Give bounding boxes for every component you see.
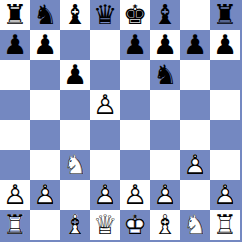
black-queen-piece[interactable]: ♛ <box>90 0 120 30</box>
square-e4[interactable] <box>120 120 150 150</box>
square-f6[interactable]: ♞ <box>150 60 180 90</box>
white-knight-piece[interactable]: ♞♘ <box>60 150 90 180</box>
square-g1[interactable]: ♞♘ <box>180 210 210 240</box>
black-rook-piece[interactable]: ♜ <box>0 0 30 30</box>
square-c6[interactable]: ♟ <box>60 60 90 90</box>
square-e8[interactable]: ♚ <box>120 0 150 30</box>
square-e2[interactable]: ♟♙ <box>120 180 150 210</box>
square-a1[interactable]: ♜♖ <box>0 210 30 240</box>
white-pawn-outline: ♙ <box>120 180 150 210</box>
square-g6[interactable] <box>180 60 210 90</box>
black-pawn-piece[interactable]: ♟ <box>150 30 180 60</box>
square-a7[interactable]: ♟ <box>0 30 30 60</box>
white-bishop-piece[interactable]: ♝♗ <box>150 210 180 240</box>
square-g8[interactable] <box>180 0 210 30</box>
white-pawn-piece[interactable]: ♟♙ <box>210 180 240 210</box>
black-bishop-piece[interactable]: ♝ <box>60 0 90 30</box>
square-e7[interactable]: ♟ <box>120 30 150 60</box>
white-pawn-outline: ♙ <box>150 180 180 210</box>
square-g3[interactable]: ♟♙ <box>180 150 210 180</box>
white-rook-piece[interactable]: ♜♖ <box>210 210 240 240</box>
white-pawn-outline: ♙ <box>90 180 120 210</box>
white-pawn-outline: ♙ <box>180 150 210 180</box>
black-knight-piece[interactable]: ♞ <box>30 0 60 30</box>
square-f8[interactable]: ♝ <box>150 0 180 30</box>
white-knight-outline: ♘ <box>180 210 210 240</box>
square-g4[interactable] <box>180 120 210 150</box>
white-bishop-outline: ♗ <box>60 210 90 240</box>
square-a4[interactable] <box>0 120 30 150</box>
white-bishop-piece[interactable]: ♝♗ <box>60 210 90 240</box>
black-knight-piece[interactable]: ♞ <box>150 60 180 90</box>
square-g7[interactable]: ♟ <box>180 30 210 60</box>
white-pawn-piece[interactable]: ♟♙ <box>90 90 120 120</box>
square-e6[interactable] <box>120 60 150 90</box>
square-d1[interactable]: ♛♕ <box>90 210 120 240</box>
black-pawn-piece[interactable]: ♟ <box>210 30 240 60</box>
white-pawn-piece[interactable]: ♟♙ <box>30 180 60 210</box>
square-d7[interactable] <box>90 30 120 60</box>
square-a5[interactable] <box>0 90 30 120</box>
white-knight-outline: ♘ <box>60 150 90 180</box>
square-b1[interactable] <box>30 210 60 240</box>
square-d3[interactable] <box>90 150 120 180</box>
square-h8[interactable]: ♜ <box>210 0 240 30</box>
square-c2[interactable] <box>60 180 90 210</box>
square-b5[interactable] <box>30 90 60 120</box>
white-pawn-piece[interactable]: ♟♙ <box>180 150 210 180</box>
white-pawn-outline: ♙ <box>210 180 240 210</box>
chess-board: ♜♞♝♛♚♝♜♟♟♟♟♟♟♟♞♟♙♞♘♟♙♟♙♟♙♟♙♟♙♟♙♟♙♜♖♝♗♛♕♚… <box>0 0 242 242</box>
square-d5[interactable]: ♟♙ <box>90 90 120 120</box>
square-h1[interactable]: ♜♖ <box>210 210 240 240</box>
square-a8[interactable]: ♜ <box>0 0 30 30</box>
square-d4[interactable] <box>90 120 120 150</box>
square-b7[interactable]: ♟ <box>30 30 60 60</box>
square-d2[interactable]: ♟♙ <box>90 180 120 210</box>
white-pawn-piece[interactable]: ♟♙ <box>120 180 150 210</box>
square-f5[interactable] <box>150 90 180 120</box>
white-pawn-outline: ♙ <box>0 180 30 210</box>
square-c7[interactable] <box>60 30 90 60</box>
white-king-piece[interactable]: ♚♔ <box>120 210 150 240</box>
square-g2[interactable] <box>180 180 210 210</box>
square-f3[interactable] <box>150 150 180 180</box>
square-b2[interactable]: ♟♙ <box>30 180 60 210</box>
square-b4[interactable] <box>30 120 60 150</box>
square-e3[interactable] <box>120 150 150 180</box>
square-c1[interactable]: ♝♗ <box>60 210 90 240</box>
square-h7[interactable]: ♟ <box>210 30 240 60</box>
white-queen-piece[interactable]: ♛♕ <box>90 210 120 240</box>
white-pawn-piece[interactable]: ♟♙ <box>90 180 120 210</box>
square-b8[interactable]: ♞ <box>30 0 60 30</box>
square-d8[interactable]: ♛ <box>90 0 120 30</box>
square-f1[interactable]: ♝♗ <box>150 210 180 240</box>
black-pawn-piece[interactable]: ♟ <box>120 30 150 60</box>
square-d6[interactable] <box>90 60 120 90</box>
white-king-outline: ♔ <box>120 210 150 240</box>
square-b6[interactable] <box>30 60 60 90</box>
square-e5[interactable] <box>120 90 150 120</box>
chess-board-grid: ♜♞♝♛♚♝♜♟♟♟♟♟♟♟♞♟♙♞♘♟♙♟♙♟♙♟♙♟♙♟♙♟♙♜♖♝♗♛♕♚… <box>0 0 240 240</box>
square-g5[interactable] <box>180 90 210 120</box>
white-bishop-outline: ♗ <box>150 210 180 240</box>
black-king-piece[interactable]: ♚ <box>120 0 150 30</box>
square-h2[interactable]: ♟♙ <box>210 180 240 210</box>
white-rook-outline: ♖ <box>0 210 30 240</box>
square-c8[interactable]: ♝ <box>60 0 90 30</box>
white-pawn-piece[interactable]: ♟♙ <box>0 180 30 210</box>
white-rook-piece[interactable]: ♜♖ <box>0 210 30 240</box>
square-c4[interactable] <box>60 120 90 150</box>
square-f2[interactable]: ♟♙ <box>150 180 180 210</box>
white-queen-outline: ♕ <box>90 210 120 240</box>
white-pawn-outline: ♙ <box>30 180 60 210</box>
square-f4[interactable] <box>150 120 180 150</box>
square-c3[interactable]: ♞♘ <box>60 150 90 180</box>
black-pawn-piece[interactable]: ♟ <box>0 30 30 60</box>
square-a2[interactable]: ♟♙ <box>0 180 30 210</box>
white-pawn-outline: ♙ <box>90 90 120 120</box>
square-f7[interactable]: ♟ <box>150 30 180 60</box>
square-a3[interactable] <box>0 150 30 180</box>
square-h6[interactable] <box>210 60 240 90</box>
square-h3[interactable] <box>210 150 240 180</box>
black-pawn-piece[interactable]: ♟ <box>30 30 60 60</box>
square-h4[interactable] <box>210 120 240 150</box>
square-e1[interactable]: ♚♔ <box>120 210 150 240</box>
white-pawn-piece[interactable]: ♟♙ <box>150 180 180 210</box>
square-h5[interactable] <box>210 90 240 120</box>
white-knight-piece[interactable]: ♞♘ <box>180 210 210 240</box>
black-pawn-piece[interactable]: ♟ <box>180 30 210 60</box>
square-c5[interactable] <box>60 90 90 120</box>
black-bishop-piece[interactable]: ♝ <box>150 0 180 30</box>
square-b3[interactable] <box>30 150 60 180</box>
white-rook-outline: ♖ <box>210 210 240 240</box>
black-rook-piece[interactable]: ♜ <box>210 0 240 30</box>
square-a6[interactable] <box>0 60 30 90</box>
black-pawn-piece[interactable]: ♟ <box>60 60 90 90</box>
